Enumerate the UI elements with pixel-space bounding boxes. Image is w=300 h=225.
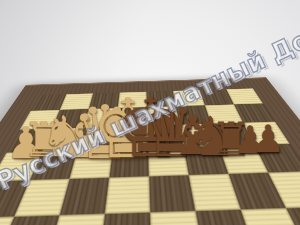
square-r1c2 <box>84 108 118 128</box>
square-r0c3 <box>118 92 147 108</box>
board-grid <box>0 88 300 225</box>
square-r2c2 <box>77 127 115 151</box>
square-r1c4 <box>147 106 179 125</box>
square-r4c3 <box>105 176 150 213</box>
square-r1c3 <box>116 107 148 127</box>
square-r5c3 <box>99 212 152 225</box>
chess-board <box>0 77 300 225</box>
product-photo: ♟♜♞♝♛♚♚♛♝♞♜♟♟ Русский шахматный Дом <box>0 0 300 225</box>
square-r3c4 <box>148 147 189 176</box>
square-r0c4 <box>146 91 176 107</box>
square-r3c2 <box>70 149 113 179</box>
square-r4c4 <box>149 175 195 212</box>
square-r2c4 <box>147 125 183 149</box>
square-r3c3 <box>109 148 149 177</box>
square-r0c7 <box>226 88 263 104</box>
square-r0c2 <box>89 92 120 108</box>
square-r2c3 <box>113 126 148 150</box>
